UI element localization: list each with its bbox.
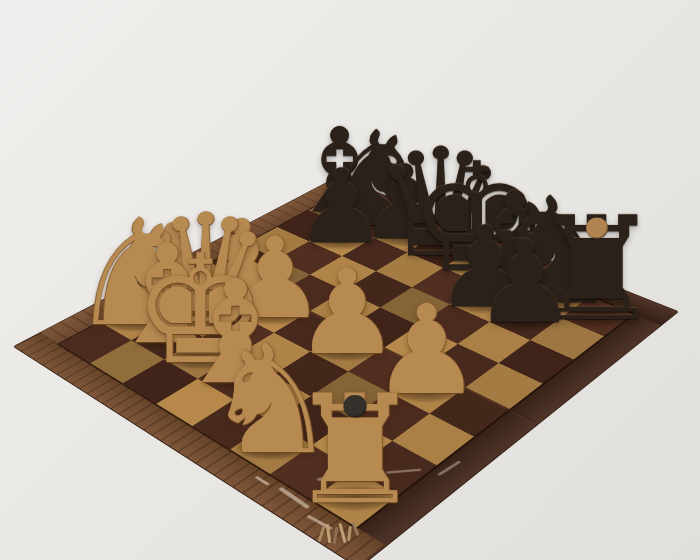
frayed-hinge-cloth <box>318 520 364 550</box>
cloth-strand <box>318 526 326 542</box>
rook-ball-finial <box>586 217 608 239</box>
chess-board <box>13 176 680 560</box>
cloth-strand <box>347 526 352 541</box>
cloth-strand <box>333 527 339 544</box>
cloth-strand <box>351 522 359 536</box>
cloth-strand <box>338 523 346 543</box>
cloth-strand <box>326 524 332 543</box>
photo-stage: ♝♞♟♛♚♝♞♜♟♟♟♞♝♛♚♝♟♟♟♟♟♞♜ <box>0 0 700 560</box>
